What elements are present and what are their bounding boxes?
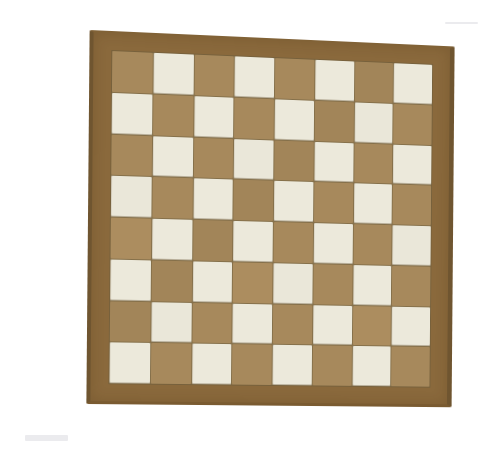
square-a8[interactable]: [112, 51, 153, 93]
square-g3[interactable]: [353, 265, 392, 305]
square-h4[interactable]: [392, 225, 430, 265]
square-d2[interactable]: [233, 303, 273, 344]
square-d7[interactable]: [234, 97, 274, 139]
square-e5[interactable]: [274, 181, 313, 222]
square-h1[interactable]: [391, 347, 429, 387]
square-h5[interactable]: [393, 185, 431, 226]
square-a4[interactable]: [111, 218, 152, 260]
square-e7[interactable]: [275, 99, 314, 140]
square-f1[interactable]: [312, 346, 351, 386]
square-f6[interactable]: [314, 141, 353, 182]
square-g5[interactable]: [353, 183, 392, 224]
square-d3[interactable]: [233, 262, 273, 303]
square-e2[interactable]: [273, 304, 312, 345]
square-e1[interactable]: [272, 345, 311, 385]
square-f7[interactable]: [314, 101, 353, 142]
square-g8[interactable]: [354, 62, 393, 103]
square-a3[interactable]: [110, 259, 151, 300]
square-h2[interactable]: [392, 306, 430, 346]
square-b6[interactable]: [152, 136, 192, 178]
square-d8[interactable]: [235, 56, 275, 98]
square-b8[interactable]: [153, 53, 193, 95]
square-g1[interactable]: [352, 346, 391, 386]
square-g7[interactable]: [354, 102, 393, 143]
square-h7[interactable]: [393, 104, 431, 145]
square-b7[interactable]: [153, 94, 193, 136]
square-f3[interactable]: [313, 264, 352, 305]
square-c4[interactable]: [193, 220, 233, 261]
square-d4[interactable]: [233, 221, 273, 262]
square-b4[interactable]: [152, 219, 192, 260]
square-c2[interactable]: [192, 302, 232, 343]
square-d5[interactable]: [234, 180, 274, 221]
square-a7[interactable]: [112, 93, 153, 135]
chessboard: [86, 30, 454, 407]
square-b3[interactable]: [151, 260, 191, 301]
square-d6[interactable]: [234, 139, 274, 180]
square-h8[interactable]: [394, 63, 432, 104]
square-h6[interactable]: [393, 144, 431, 185]
watermark-artifact-top-right: [445, 22, 478, 24]
watermark-artifact-bottom-left: [25, 435, 68, 441]
board-grid: [108, 50, 433, 388]
square-e4[interactable]: [274, 222, 313, 263]
square-a2[interactable]: [110, 301, 151, 342]
square-f4[interactable]: [313, 223, 352, 264]
product-photo: [0, 0, 500, 463]
square-e8[interactable]: [275, 58, 314, 100]
square-b5[interactable]: [152, 177, 192, 219]
square-c3[interactable]: [192, 261, 232, 302]
square-e3[interactable]: [273, 263, 312, 304]
square-d1[interactable]: [232, 344, 272, 385]
square-c8[interactable]: [194, 55, 234, 97]
square-g4[interactable]: [353, 224, 392, 265]
square-c5[interactable]: [193, 179, 233, 220]
square-h3[interactable]: [392, 266, 430, 306]
square-f8[interactable]: [315, 60, 354, 101]
square-e6[interactable]: [274, 140, 313, 181]
square-a5[interactable]: [111, 176, 152, 218]
square-c6[interactable]: [193, 137, 233, 179]
square-f5[interactable]: [314, 182, 353, 223]
square-a1[interactable]: [109, 343, 150, 384]
square-c1[interactable]: [192, 344, 232, 385]
square-g6[interactable]: [354, 143, 393, 184]
square-f2[interactable]: [313, 305, 352, 345]
square-c7[interactable]: [194, 96, 234, 138]
square-b2[interactable]: [151, 302, 191, 343]
square-a6[interactable]: [111, 134, 152, 176]
square-g2[interactable]: [352, 305, 391, 345]
square-b1[interactable]: [151, 343, 191, 384]
